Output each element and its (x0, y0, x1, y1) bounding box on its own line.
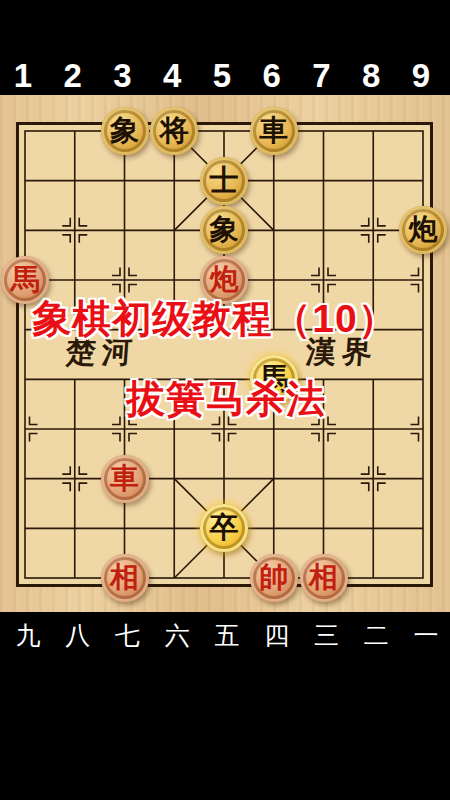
piece-label: 士 (210, 166, 239, 195)
piece-label: 相 (309, 563, 338, 592)
piece-label: 車 (110, 464, 139, 493)
piece-label: 象 (110, 116, 139, 145)
file-label-top: 2 (64, 59, 82, 92)
file-label-bottom: 八 (65, 623, 90, 648)
file-label-bottom: 一 (414, 623, 439, 648)
piece-label: 帥 (259, 563, 288, 592)
piece-label: 卒 (210, 513, 239, 542)
piece-black-象[interactable]: 象 (101, 107, 149, 155)
file-label-top: 6 (263, 59, 281, 92)
file-label-bottom: 五 (215, 623, 240, 648)
piece-black-将[interactable]: 将 (150, 107, 198, 155)
piece-red-相[interactable]: 相 (101, 554, 149, 602)
piece-label: 象 (210, 215, 239, 244)
piece-black-卒[interactable]: 卒 (200, 504, 248, 552)
piece-label: 相 (110, 563, 139, 592)
file-label-bottom: 七 (115, 623, 140, 648)
piece-red-車[interactable]: 車 (101, 455, 149, 503)
piece-black-士[interactable]: 士 (200, 157, 248, 205)
file-label-bottom: 九 (16, 623, 41, 648)
subtitle-overlay: 拔簧马杀法 (126, 372, 326, 426)
file-label-bottom: 二 (364, 623, 389, 648)
file-label-top: 8 (362, 59, 380, 92)
piece-label: 将 (160, 116, 189, 145)
title-overlay: 象棋初级教程（10） (32, 292, 397, 346)
piece-black-象[interactable]: 象 (200, 206, 248, 254)
file-label-top: 5 (213, 59, 231, 92)
file-label-bottom: 三 (314, 623, 339, 648)
piece-black-炮[interactable]: 炮 (399, 206, 447, 254)
piece-red-相[interactable]: 相 (300, 554, 348, 602)
piece-label: 車 (259, 116, 288, 145)
file-label-top: 9 (412, 59, 430, 92)
piece-label: 炮 (210, 265, 239, 294)
file-label-bottom: 四 (264, 623, 289, 648)
file-label-top: 4 (163, 59, 181, 92)
file-label-top: 3 (113, 59, 131, 92)
file-label-top: 1 (14, 59, 32, 92)
piece-black-車[interactable]: 車 (250, 107, 298, 155)
piece-red-帥[interactable]: 帥 (250, 554, 298, 602)
app-screen: 楚河 漢界 象将車士象炮馬炮馬車卒相帥相 123456789 九八七六五四三二一… (0, 0, 450, 800)
file-label-top: 7 (312, 59, 330, 92)
piece-label: 炮 (409, 215, 438, 244)
piece-label: 馬 (11, 265, 40, 294)
board-panel: 楚河 漢界 象将車士象炮馬炮馬車卒相帥相 (0, 95, 450, 612)
file-label-bottom: 六 (165, 623, 190, 648)
